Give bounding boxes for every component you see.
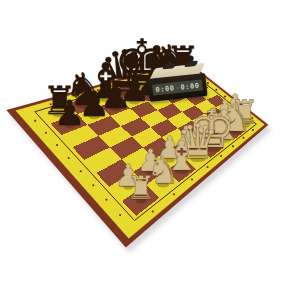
border-tick bbox=[56, 144, 58, 146]
clock-display: 0:00 · 0:00 bbox=[152, 79, 203, 95]
border-tick bbox=[215, 89, 217, 91]
border-tick bbox=[80, 170, 82, 172]
border-tick bbox=[34, 120, 36, 122]
clock-divider: · bbox=[175, 84, 180, 91]
border-tick bbox=[152, 210, 154, 212]
border-tick bbox=[92, 184, 94, 186]
clock-right-time: 0:00 bbox=[180, 81, 200, 91]
clock-button-right[interactable] bbox=[184, 61, 199, 68]
chess-set-photo: ♜♞♟♝♟♚♟♛♟♝♟♞♟♜♟♟♟♜♟♟♞♟♝♟♚♛♟♝♟♞♟♜ 0:00 · … bbox=[0, 0, 285, 285]
clock-button-left[interactable] bbox=[162, 63, 177, 70]
black-pawn[interactable]: ♟ bbox=[54, 95, 85, 130]
border-tick bbox=[119, 214, 121, 216]
border-tick bbox=[105, 199, 107, 201]
border-tick bbox=[173, 193, 175, 195]
border-tick bbox=[207, 82, 209, 84]
border-tick bbox=[45, 132, 47, 134]
white-rook[interactable]: ♜ bbox=[127, 173, 156, 205]
border-tick bbox=[68, 157, 70, 159]
clock-left-time: 0:00 bbox=[155, 84, 175, 94]
